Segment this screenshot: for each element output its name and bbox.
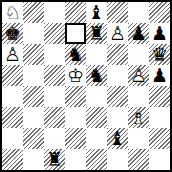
piece-black-pawn-h5[interactable]: ♟ (149, 65, 170, 86)
square-d8[interactable] (65, 2, 86, 23)
square-e1[interactable] (86, 149, 107, 170)
piece-black-rook-c1[interactable]: ♜ (44, 149, 65, 170)
square-c1[interactable]: ♜ (44, 149, 65, 170)
square-d3[interactable] (65, 107, 86, 128)
black-knight-icon: ♞ (65, 44, 86, 65)
square-f6[interactable] (107, 44, 128, 65)
square-a4[interactable] (2, 86, 23, 107)
square-g2[interactable] (128, 128, 149, 149)
white-knight-icon: ♘ (2, 2, 23, 23)
square-h3[interactable] (149, 107, 170, 128)
square-g3[interactable]: ♝♗ (128, 107, 149, 128)
square-h8[interactable] (149, 2, 170, 23)
square-b5[interactable] (23, 65, 44, 86)
chess-diagram: ♞♘♝♚♜♟♙♟♟♟♙♞♛♚♔♞♟♙♟♝♗♝♜ (0, 0, 172, 172)
square-g5[interactable]: ♟♙ (128, 65, 149, 86)
square-g7[interactable]: ♟ (128, 23, 149, 44)
square-e8[interactable]: ♝ (86, 2, 107, 23)
square-e3[interactable] (86, 107, 107, 128)
square-c6[interactable] (44, 44, 65, 65)
piece-black-king-a7[interactable]: ♚ (2, 23, 23, 44)
square-e7[interactable]: ♜ (86, 23, 107, 44)
square-a6[interactable]: ♟♙ (2, 44, 23, 65)
square-a2[interactable] (2, 128, 23, 149)
black-pawn-icon: ♟ (149, 23, 170, 44)
square-g1[interactable] (128, 149, 149, 170)
square-f2[interactable]: ♝ (107, 128, 128, 149)
square-e5[interactable]: ♞ (86, 65, 107, 86)
square-b8[interactable] (23, 2, 44, 23)
white-pawn-icon: ♙ (2, 44, 23, 65)
black-queen-icon: ♛ (149, 44, 170, 65)
square-g4[interactable] (128, 86, 149, 107)
square-b2[interactable] (23, 128, 44, 149)
square-f4[interactable] (107, 86, 128, 107)
square-h6[interactable]: ♛ (149, 44, 170, 65)
piece-black-knight-d6[interactable]: ♞ (65, 44, 86, 65)
square-a1[interactable] (2, 149, 23, 170)
square-a3[interactable] (2, 107, 23, 128)
square-h7[interactable]: ♟ (149, 23, 170, 44)
square-h4[interactable] (149, 86, 170, 107)
square-h2[interactable] (149, 128, 170, 149)
square-b4[interactable] (23, 86, 44, 107)
black-bishop-icon: ♝ (86, 2, 107, 23)
piece-white-pawn-g5[interactable]: ♟♙ (128, 65, 149, 86)
square-b1[interactable] (23, 149, 44, 170)
black-bishop-icon: ♝ (107, 128, 128, 149)
square-c8[interactable] (44, 2, 65, 23)
square-d4[interactable] (65, 86, 86, 107)
square-e6[interactable] (86, 44, 107, 65)
square-h5[interactable]: ♟ (149, 65, 170, 86)
black-rook-icon: ♜ (44, 149, 65, 170)
square-d1[interactable] (65, 149, 86, 170)
white-pawn-icon: ♙ (107, 23, 128, 44)
square-h1[interactable] (149, 149, 170, 170)
white-bishop-icon: ♗ (128, 107, 149, 128)
piece-black-pawn-h7[interactable]: ♟ (149, 23, 170, 44)
square-a7[interactable]: ♚ (2, 23, 23, 44)
square-d6[interactable]: ♞ (65, 44, 86, 65)
piece-black-rook-e7[interactable]: ♜ (86, 23, 107, 44)
black-pawn-icon: ♟ (149, 65, 170, 86)
white-king-icon: ♔ (65, 65, 86, 86)
square-f5[interactable] (107, 65, 128, 86)
square-g8[interactable] (128, 2, 149, 23)
black-king-icon: ♚ (2, 23, 23, 44)
square-a8[interactable]: ♞♘ (2, 2, 23, 23)
piece-white-pawn-a6[interactable]: ♟♙ (2, 44, 23, 65)
piece-black-pawn-g7[interactable]: ♟ (128, 23, 149, 44)
square-e4[interactable] (86, 86, 107, 107)
piece-white-bishop-g3[interactable]: ♝♗ (128, 107, 149, 128)
square-d2[interactable] (65, 128, 86, 149)
square-f3[interactable] (107, 107, 128, 128)
square-b7[interactable] (23, 23, 44, 44)
square-d5[interactable]: ♚♔ (65, 65, 86, 86)
black-rook-icon: ♜ (86, 23, 107, 44)
square-c4[interactable] (44, 86, 65, 107)
square-f1[interactable] (107, 149, 128, 170)
chess-board: ♞♘♝♚♜♟♙♟♟♟♙♞♛♚♔♞♟♙♟♝♗♝♜ (0, 0, 172, 172)
square-f8[interactable] (107, 2, 128, 23)
piece-white-king-d5[interactable]: ♚♔ (65, 65, 86, 86)
square-c3[interactable] (44, 107, 65, 128)
piece-black-bishop-f2[interactable]: ♝ (107, 128, 128, 149)
white-pawn-icon: ♙ (128, 65, 149, 86)
piece-black-knight-e5[interactable]: ♞ (86, 65, 107, 86)
piece-white-pawn-f7[interactable]: ♟♙ (107, 23, 128, 44)
square-d7[interactable] (65, 23, 86, 44)
square-e2[interactable] (86, 128, 107, 149)
square-c5[interactable] (44, 65, 65, 86)
black-pawn-icon: ♟ (128, 23, 149, 44)
black-knight-icon: ♞ (86, 65, 107, 86)
square-g6[interactable] (128, 44, 149, 65)
square-b6[interactable] (23, 44, 44, 65)
piece-black-queen-h6[interactable]: ♛ (149, 44, 170, 65)
piece-black-bishop-e8[interactable]: ♝ (86, 2, 107, 23)
square-b3[interactable] (23, 107, 44, 128)
square-a5[interactable] (2, 65, 23, 86)
square-c7[interactable] (44, 23, 65, 44)
square-c2[interactable] (44, 128, 65, 149)
piece-white-knight-a8[interactable]: ♞♘ (2, 2, 23, 23)
square-f7[interactable]: ♟♙ (107, 23, 128, 44)
